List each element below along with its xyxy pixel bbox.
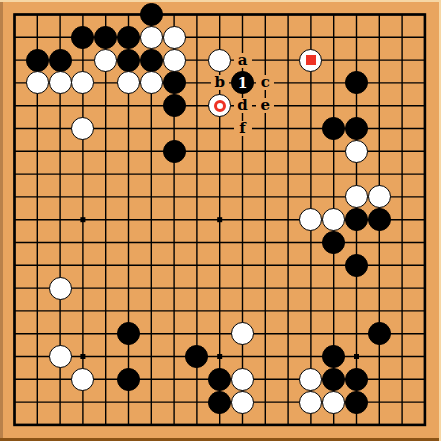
star-point bbox=[217, 354, 222, 359]
white-stone bbox=[140, 26, 163, 49]
white-stone bbox=[231, 391, 254, 414]
letter-label-d: d bbox=[234, 98, 252, 113]
black-stone bbox=[208, 391, 231, 414]
black-stone bbox=[208, 368, 231, 391]
circle-mark bbox=[214, 100, 226, 112]
letter-label-c: c bbox=[256, 75, 274, 90]
star-point bbox=[217, 217, 222, 222]
white-stone bbox=[49, 71, 72, 94]
black-stone bbox=[140, 3, 163, 26]
white-stone bbox=[322, 391, 345, 414]
black-stone bbox=[322, 368, 345, 391]
white-stone bbox=[49, 345, 72, 368]
board-frame: 1abcdef bbox=[0, 0, 441, 441]
black-stone bbox=[163, 140, 186, 163]
black-stone bbox=[345, 117, 368, 140]
black-stone bbox=[117, 26, 140, 49]
black-stone bbox=[368, 208, 391, 231]
black-stone bbox=[140, 49, 163, 72]
letter-label-e: e bbox=[256, 98, 274, 113]
white-stone bbox=[299, 391, 322, 414]
square-mark bbox=[306, 55, 316, 65]
black-stone bbox=[117, 368, 140, 391]
white-stone bbox=[94, 49, 117, 72]
letter-label-f: f bbox=[234, 121, 252, 136]
star-point bbox=[354, 354, 359, 359]
black-stone bbox=[345, 254, 368, 277]
black-stone bbox=[345, 391, 368, 414]
white-stone bbox=[345, 140, 368, 163]
black-stone bbox=[26, 49, 49, 72]
star-point bbox=[80, 354, 85, 359]
letter-label-a: a bbox=[234, 53, 252, 68]
white-stone bbox=[163, 26, 186, 49]
move-number-label: 1 bbox=[231, 71, 254, 94]
black-stone bbox=[49, 49, 72, 72]
black-stone bbox=[163, 94, 186, 117]
letter-label-b: b bbox=[211, 75, 229, 90]
black-stone bbox=[345, 368, 368, 391]
white-stone bbox=[208, 49, 231, 72]
black-stone bbox=[163, 71, 186, 94]
go-board: 1abcdef bbox=[0, 0, 441, 441]
black-stone bbox=[368, 322, 391, 345]
star-point bbox=[80, 217, 85, 222]
white-stone bbox=[231, 368, 254, 391]
white-stone bbox=[49, 277, 72, 300]
white-stone bbox=[163, 49, 186, 72]
black-stone bbox=[117, 49, 140, 72]
black-stone bbox=[94, 26, 117, 49]
